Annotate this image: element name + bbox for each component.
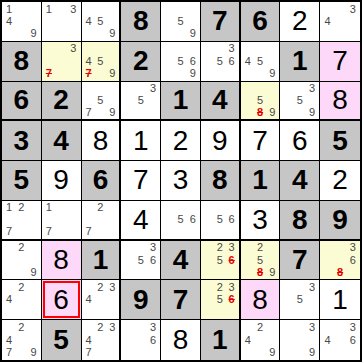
eliminated-candidate-8: 8: [254, 106, 266, 118]
given-digit: 4: [42, 121, 81, 160]
candidate-5: 5: [94, 55, 106, 67]
cell-r6c3[interactable]: 27: [82, 201, 122, 241]
cell-r8c6[interactable]: 2356: [201, 280, 241, 320]
candidates: 598: [241, 82, 280, 120]
candidate-3: 3: [67, 43, 79, 55]
cell-r9c1[interactable]: 2479: [2, 320, 42, 360]
candidate-9: 9: [266, 106, 278, 118]
candidate-5: 5: [214, 214, 226, 226]
candidates: 234: [82, 280, 120, 319]
given-digit: 6: [241, 2, 280, 41]
solved-digit: 6: [280, 121, 319, 160]
cell-r5c7[interactable]: 1: [241, 161, 281, 201]
given-digit: 7: [161, 280, 200, 319]
candidate-1: 1: [3, 202, 15, 214]
cell-r1c4[interactable]: 8: [121, 2, 161, 42]
candidate-9: 9: [306, 106, 318, 118]
candidates: 56: [161, 201, 200, 239]
candidate-9: 9: [187, 67, 199, 79]
candidate-5: 5: [254, 55, 266, 67]
cell-r8c4[interactable]: 9: [121, 280, 161, 320]
solved-digit: 2: [320, 161, 360, 200]
eliminated-candidate-8: 8: [254, 266, 266, 278]
candidate-9: 9: [266, 346, 278, 359]
eliminated-candidate-7: 7: [83, 67, 95, 79]
candidate-5: 5: [254, 94, 266, 106]
cell-r2c9[interactable]: 7: [320, 42, 360, 82]
candidate-5: 5: [174, 55, 186, 67]
candidates: 17: [42, 201, 81, 239]
candidates: 149: [2, 2, 41, 41]
eliminated-candidate-6: 6: [226, 254, 238, 266]
cell-r6c8[interactable]: 8: [280, 201, 320, 241]
candidates: 459: [241, 42, 280, 81]
candidate-4: 4: [3, 334, 15, 347]
solved-digit: 1: [121, 121, 160, 160]
candidates: 249: [241, 320, 280, 360]
candidates: 39: [280, 320, 319, 360]
candidate-3: 3: [147, 242, 159, 254]
cell-r5c1[interactable]: 5: [2, 161, 42, 201]
cell-r5c4[interactable]: 7: [121, 161, 161, 201]
candidate-9: 9: [106, 67, 118, 79]
candidate-4: 4: [83, 334, 95, 347]
candidates: 356: [121, 241, 160, 280]
cell-r5c8[interactable]: 4: [280, 161, 320, 201]
solved-digit: 8: [241, 280, 280, 319]
solved-digit: 8: [82, 121, 120, 160]
candidate-9: 9: [106, 28, 118, 40]
cell-r9c3[interactable]: 2347: [82, 320, 122, 360]
cell-r5c2[interactable]: 9: [42, 161, 82, 201]
cell-r7c6[interactable]: 2356: [201, 241, 241, 281]
cell-r3c1[interactable]: 6: [2, 82, 42, 122]
given-digit: 1: [280, 42, 319, 81]
candidate-2: 2: [94, 202, 106, 214]
cell-r9c5[interactable]: 8: [161, 320, 201, 360]
candidates: 59: [161, 2, 200, 41]
candidates: 34: [320, 2, 360, 41]
candidate-4: 4: [3, 294, 15, 306]
candidates: 29: [2, 241, 41, 280]
candidate-3: 3: [67, 3, 79, 15]
candidate-9: 9: [306, 346, 318, 359]
cell-r4c7[interactable]: 7: [241, 121, 281, 161]
candidate-3: 3: [346, 242, 359, 254]
solved-digit: 8: [42, 241, 81, 280]
candidate-2: 2: [214, 242, 226, 254]
cell-r5c5[interactable]: 3: [161, 161, 201, 201]
given-digit: 4: [201, 82, 239, 120]
candidates: 37: [42, 42, 81, 81]
solved-digit: 7: [320, 42, 360, 81]
given-digit: 1: [82, 241, 120, 280]
cell-r3c9[interactable]: 8: [320, 82, 360, 122]
given-digit: 8: [121, 2, 160, 41]
solved-digit: 8: [161, 320, 200, 360]
cell-r7c7[interactable]: 2598: [241, 241, 281, 281]
candidate-2: 2: [15, 242, 27, 254]
candidate-5: 5: [174, 214, 186, 226]
cell-r2c3[interactable]: 4597: [82, 42, 122, 82]
cell-r6c2[interactable]: 17: [42, 201, 82, 241]
solved-digit: 7: [121, 161, 160, 200]
candidate-2: 2: [94, 321, 106, 334]
given-digit: 6: [82, 161, 120, 200]
cell-r8c1[interactable]: 24: [2, 280, 42, 320]
solved-digit: 6: [42, 280, 81, 319]
candidate-5: 5: [135, 94, 147, 106]
solved-digit: 8: [320, 82, 360, 120]
cell-r2c5[interactable]: 569: [161, 42, 201, 82]
candidate-7: 7: [43, 226, 55, 238]
given-digit: 2: [42, 82, 81, 120]
cell-r1c8[interactable]: 2: [280, 2, 320, 42]
cell-r8c9[interactable]: 1: [320, 280, 360, 320]
given-digit: 8: [280, 201, 319, 239]
candidate-4: 4: [83, 294, 95, 306]
given-digit: 9: [121, 280, 160, 319]
candidate-2: 2: [15, 321, 27, 334]
candidate-6: 6: [147, 254, 159, 266]
candidates: 368: [320, 241, 360, 280]
cell-r6c9[interactable]: 9: [320, 201, 360, 241]
eliminated-candidate-8: 8: [334, 266, 347, 278]
given-digit: 8: [2, 42, 41, 81]
candidate-3: 3: [346, 321, 359, 334]
cell-r2c6[interactable]: 356: [201, 42, 241, 82]
candidate-6: 6: [226, 214, 238, 226]
candidates: 27: [82, 201, 120, 239]
candidate-3: 3: [346, 3, 359, 15]
candidate-9: 9: [187, 28, 199, 40]
candidate-5: 5: [94, 15, 106, 27]
candidates: 35: [280, 280, 319, 319]
cell-r8c8[interactable]: 35: [280, 280, 320, 320]
solved-digit: 2: [161, 121, 200, 160]
cell-r7c2[interactable]: 8: [42, 241, 82, 281]
cell-r1c2[interactable]: 13: [42, 2, 82, 42]
cell-r8c5[interactable]: 7: [161, 280, 201, 320]
cell-r4c2[interactable]: 4: [42, 121, 82, 161]
cell-r2c7[interactable]: 459: [241, 42, 281, 82]
candidate-9: 9: [266, 67, 278, 79]
candidate-5: 5: [135, 254, 147, 266]
candidates: 2347: [82, 320, 120, 360]
candidate-3: 3: [226, 43, 238, 55]
candidate-2: 2: [254, 321, 266, 334]
cell-r1c6[interactable]: 7: [201, 2, 241, 42]
candidate-6: 6: [346, 334, 359, 347]
cell-r9c7[interactable]: 249: [241, 320, 281, 360]
cell-r4c9[interactable]: 5: [320, 121, 360, 161]
candidate-3: 3: [306, 281, 318, 293]
cell-r4c3[interactable]: 8: [82, 121, 122, 161]
candidates: 13: [42, 2, 81, 41]
candidate-4: 4: [3, 15, 15, 27]
candidate-2: 2: [15, 202, 27, 214]
cell-r2c1[interactable]: 8: [2, 42, 42, 82]
cell-r4c5[interactable]: 2: [161, 121, 201, 161]
solved-digit: 4: [121, 201, 160, 239]
candidates: 569: [161, 42, 200, 81]
candidate-3: 3: [106, 321, 118, 334]
cell-r6c5[interactable]: 56: [161, 201, 201, 241]
candidates: 2479: [2, 320, 41, 360]
eliminated-candidate-7: 7: [43, 67, 55, 79]
candidate-2: 2: [94, 281, 106, 293]
candidates: 2598: [241, 241, 280, 280]
candidate-4: 4: [242, 55, 254, 67]
candidate-4: 4: [83, 55, 95, 67]
given-digit: 9: [320, 201, 360, 239]
cell-r6c6[interactable]: 56: [201, 201, 241, 241]
given-digit: 3: [2, 121, 41, 160]
cell-r3c7[interactable]: 598: [241, 82, 281, 122]
cell-r1c9[interactable]: 34: [320, 2, 360, 42]
cell-r2c2[interactable]: 37: [42, 42, 82, 82]
cell-r9c9[interactable]: 346: [320, 320, 360, 360]
solved-digit: 3: [161, 161, 200, 200]
candidate-6: 6: [147, 334, 159, 347]
candidate-6: 6: [226, 55, 238, 67]
solved-digit: 7: [241, 121, 280, 160]
given-digit: 4: [161, 241, 200, 280]
candidate-5: 5: [214, 294, 226, 306]
candidates: 24: [2, 280, 41, 319]
cell-r5c3[interactable]: 6: [82, 161, 122, 201]
candidates: 2356: [201, 280, 239, 319]
candidate-7: 7: [3, 226, 15, 238]
cell-r8c7[interactable]: 8: [241, 280, 281, 320]
candidate-7: 7: [83, 226, 95, 238]
given-digit: 1: [201, 320, 239, 360]
cell-r9c4[interactable]: 36: [121, 320, 161, 360]
given-digit: 2: [121, 42, 160, 81]
cell-r9c6[interactable]: 1: [201, 320, 241, 360]
candidate-5: 5: [94, 94, 106, 106]
cell-r3c8[interactable]: 359: [280, 82, 320, 122]
candidates: 35: [121, 82, 160, 120]
candidate-3: 3: [147, 321, 159, 334]
given-digit: 5: [2, 161, 41, 200]
candidate-4: 4: [242, 334, 254, 347]
cell-r8c3[interactable]: 234: [82, 280, 122, 320]
sudoku-board: 1491345985976234837459725693564591762579…: [0, 0, 362, 362]
candidate-4: 4: [321, 15, 334, 27]
cell-r3c4[interactable]: 35: [121, 82, 161, 122]
candidate-3: 3: [226, 242, 238, 254]
candidate-1: 1: [3, 3, 15, 15]
candidate-7: 7: [83, 106, 95, 118]
given-digit: 1: [241, 161, 280, 200]
candidate-1: 1: [43, 202, 55, 214]
cell-r7c8[interactable]: 7: [280, 241, 320, 281]
candidate-5: 5: [294, 294, 306, 306]
cell-r2c4[interactable]: 2: [121, 42, 161, 82]
cell-r3c3[interactable]: 579: [82, 82, 122, 122]
cell-r6c7[interactable]: 3: [241, 201, 281, 241]
candidate-7: 7: [83, 346, 95, 359]
cell-r8c2[interactable]: 6: [42, 280, 82, 320]
candidate-5: 5: [294, 94, 306, 106]
cell-r7c1[interactable]: 29: [2, 241, 42, 281]
candidates: 2356: [201, 241, 239, 280]
cell-r5c9[interactable]: 2: [320, 161, 360, 201]
candidates: 346: [320, 320, 360, 360]
eliminated-candidate-6: 6: [226, 294, 238, 306]
cell-r1c1[interactable]: 149: [2, 2, 42, 42]
cell-r3c2[interactable]: 2: [42, 82, 82, 122]
solved-digit: 2: [280, 2, 319, 41]
candidates: 127: [2, 201, 41, 239]
candidate-3: 3: [106, 281, 118, 293]
cell-r9c2[interactable]: 5: [42, 320, 82, 360]
cell-r4c6[interactable]: 9: [201, 121, 241, 161]
candidate-2: 2: [254, 242, 266, 254]
candidate-9: 9: [266, 266, 278, 278]
candidate-9: 9: [28, 28, 40, 40]
solved-digit: 9: [42, 161, 81, 200]
cell-r1c3[interactable]: 459: [82, 2, 122, 42]
candidates: 459: [82, 2, 120, 41]
solved-digit: 1: [320, 280, 360, 319]
cell-r1c7[interactable]: 6: [241, 2, 281, 42]
candidate-3: 3: [226, 281, 238, 293]
given-digit: 8: [201, 161, 239, 200]
given-digit: 5: [42, 320, 81, 360]
candidate-4: 4: [321, 334, 334, 347]
cell-r3c6[interactable]: 4: [201, 82, 241, 122]
cell-r7c4[interactable]: 356: [121, 241, 161, 281]
candidates: 4597: [82, 42, 120, 81]
cell-r3c5[interactable]: 1: [161, 82, 201, 122]
cell-r7c9[interactable]: 368: [320, 241, 360, 281]
candidate-4: 4: [83, 15, 95, 27]
cell-r4c1[interactable]: 3: [2, 121, 42, 161]
given-digit: 1: [161, 82, 200, 120]
given-digit: 6: [2, 82, 41, 120]
candidate-7: 7: [3, 346, 15, 359]
candidate-9: 9: [106, 106, 118, 118]
candidate-5: 5: [174, 15, 186, 27]
candidate-6: 6: [346, 254, 359, 266]
candidate-5: 5: [254, 254, 266, 266]
candidates: 56: [201, 201, 239, 239]
given-digit: 4: [280, 161, 319, 200]
candidates: 579: [82, 82, 120, 120]
given-digit: 7: [201, 2, 239, 41]
candidate-2: 2: [214, 281, 226, 293]
candidate-6: 6: [187, 55, 199, 67]
candidate-2: 2: [15, 281, 27, 293]
cell-r6c1[interactable]: 127: [2, 201, 42, 241]
cell-r2c8[interactable]: 1: [280, 42, 320, 82]
candidate-5: 5: [214, 55, 226, 67]
candidate-1: 1: [43, 3, 55, 15]
cell-r1c5[interactable]: 59: [161, 2, 201, 42]
given-digit: 7: [280, 241, 319, 280]
cell-r4c4[interactable]: 1: [121, 121, 161, 161]
cell-r7c3[interactable]: 1: [82, 241, 122, 281]
candidate-3: 3: [147, 83, 159, 95]
solved-digit: 3: [241, 201, 280, 239]
cell-r6c4[interactable]: 4: [121, 201, 161, 241]
cell-r9c8[interactable]: 39: [280, 320, 320, 360]
candidates: 359: [280, 82, 319, 120]
cell-r7c5[interactable]: 4: [161, 241, 201, 281]
candidate-6: 6: [187, 214, 199, 226]
candidate-3: 3: [306, 83, 318, 95]
given-digit: 5: [320, 121, 360, 160]
candidate-3: 3: [306, 321, 318, 334]
solved-digit: 9: [201, 121, 239, 160]
candidate-5: 5: [214, 254, 226, 266]
candidate-9: 9: [28, 266, 40, 278]
cell-r5c6[interactable]: 8: [201, 161, 241, 201]
candidates: 36: [121, 320, 160, 360]
candidate-9: 9: [28, 346, 40, 359]
candidates: 356: [201, 42, 239, 81]
cell-r4c8[interactable]: 6: [280, 121, 320, 161]
